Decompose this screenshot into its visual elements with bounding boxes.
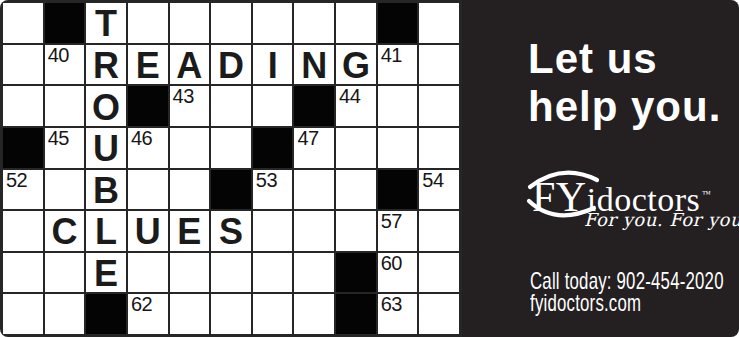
cell[interactable] <box>419 253 459 293</box>
cell[interactable] <box>419 128 459 168</box>
cell[interactable]: 41 <box>378 45 418 85</box>
cell[interactable] <box>294 3 334 43</box>
cell[interactable] <box>170 253 210 293</box>
cell[interactable] <box>253 253 293 293</box>
clue-number: 43 <box>173 86 194 107</box>
cell[interactable]: 57 <box>378 211 418 251</box>
cell-letter: C <box>51 211 77 250</box>
cell[interactable] <box>294 294 334 334</box>
cell-letter: L <box>95 211 117 250</box>
cell[interactable] <box>294 170 334 210</box>
cell[interactable] <box>419 86 459 126</box>
cell[interactable] <box>3 211 43 251</box>
clue-number: 54 <box>422 170 443 191</box>
cell[interactable]: 53 <box>253 170 293 210</box>
cell[interactable] <box>211 128 251 168</box>
headline-line-1: Let us <box>528 35 721 83</box>
trademark-symbol: ™ <box>702 189 711 199</box>
cell-letter: G <box>342 45 370 84</box>
cell[interactable] <box>419 45 459 85</box>
cell[interactable]: 63 <box>378 294 418 334</box>
cell[interactable] <box>170 128 210 168</box>
website-url: fyidoctors.com <box>530 289 641 317</box>
cell[interactable] <box>211 294 251 334</box>
cell[interactable]: R <box>86 45 126 85</box>
cell-letter: I <box>268 45 278 84</box>
black-cell <box>86 294 126 334</box>
cell-letter: R <box>93 45 119 84</box>
clue-number: 52 <box>6 170 27 191</box>
black-cell <box>128 86 168 126</box>
cell[interactable] <box>45 170 85 210</box>
ad-panel: Let us help you. FYidoctors™ For you. Fo… <box>462 0 739 337</box>
cell[interactable]: O <box>86 86 126 126</box>
cell-letter: S <box>219 211 243 250</box>
black-cell <box>336 294 376 334</box>
logo-tagline: For you. For your eyes. <box>584 209 739 230</box>
cell[interactable]: N <box>294 45 334 85</box>
cell-letter: A <box>176 45 202 84</box>
cell[interactable]: E <box>170 211 210 251</box>
cell[interactable] <box>336 170 376 210</box>
cell[interactable]: U <box>128 211 168 251</box>
cell[interactable]: I <box>253 45 293 85</box>
cell[interactable] <box>211 253 251 293</box>
cell[interactable] <box>128 3 168 43</box>
cell[interactable]: 45 <box>45 128 85 168</box>
logo-fy: FY <box>532 174 587 220</box>
clue-number: 46 <box>131 128 152 149</box>
cell[interactable]: D <box>211 45 251 85</box>
cell[interactable] <box>3 253 43 293</box>
clue-number: 40 <box>48 45 69 66</box>
black-cell <box>336 253 376 293</box>
cell[interactable]: A <box>170 45 210 85</box>
cell[interactable]: B <box>86 170 126 210</box>
cell[interactable]: U <box>86 128 126 168</box>
cell[interactable]: 40 <box>45 45 85 85</box>
clue-number: 44 <box>339 86 360 107</box>
cell[interactable] <box>170 3 210 43</box>
clue-number: 47 <box>297 128 318 149</box>
cell[interactable] <box>45 294 85 334</box>
cell-letter: E <box>94 253 118 292</box>
cell[interactable] <box>45 253 85 293</box>
cell[interactable] <box>419 3 459 43</box>
cell[interactable] <box>3 86 43 126</box>
headline: Let us help you. <box>528 35 721 131</box>
cell[interactable] <box>419 211 459 251</box>
cell[interactable] <box>253 3 293 43</box>
cell[interactable] <box>294 253 334 293</box>
crossword-board: T40READING41O434445U464752B5354CLUES57E6… <box>0 0 462 337</box>
cell[interactable] <box>3 45 43 85</box>
cell[interactable] <box>3 294 43 334</box>
cell[interactable]: 60 <box>378 253 418 293</box>
clue-number: 41 <box>381 45 402 66</box>
cell[interactable]: E <box>128 45 168 85</box>
clue-number: 63 <box>381 294 402 315</box>
cell[interactable]: S <box>211 211 251 251</box>
cell[interactable]: 54 <box>419 170 459 210</box>
black-cell <box>253 128 293 168</box>
cell[interactable] <box>253 86 293 126</box>
black-cell <box>45 3 85 43</box>
cell[interactable]: 46 <box>128 128 168 168</box>
cell[interactable] <box>170 170 210 210</box>
cell[interactable] <box>253 294 293 334</box>
cell-letter: N <box>301 45 327 84</box>
cell-letter: D <box>218 45 244 84</box>
clue-number: 45 <box>48 128 69 149</box>
cell[interactable]: 44 <box>336 86 376 126</box>
cell[interactable]: 52 <box>3 170 43 210</box>
cell[interactable]: G <box>336 45 376 85</box>
cell[interactable]: 47 <box>294 128 334 168</box>
cell[interactable]: T <box>86 3 126 43</box>
cell[interactable] <box>128 170 168 210</box>
cell-letter: E <box>136 45 160 84</box>
clue-number: 57 <box>381 211 402 232</box>
cell[interactable] <box>419 294 459 334</box>
clue-number: 60 <box>381 253 402 274</box>
cell[interactable] <box>170 294 210 334</box>
black-cell <box>3 128 43 168</box>
cell[interactable]: 43 <box>170 86 210 126</box>
cell[interactable]: L <box>86 211 126 251</box>
black-cell <box>211 170 251 210</box>
cell[interactable] <box>211 86 251 126</box>
cell[interactable] <box>336 3 376 43</box>
black-cell <box>378 3 418 43</box>
cell[interactable] <box>378 86 418 126</box>
cell[interactable] <box>378 128 418 168</box>
cell[interactable] <box>3 3 43 43</box>
cell[interactable] <box>294 211 334 251</box>
cell-letter: E <box>177 211 201 250</box>
cell-letter: U <box>135 211 161 250</box>
cell[interactable] <box>211 3 251 43</box>
cell[interactable] <box>336 128 376 168</box>
black-cell <box>378 170 418 210</box>
clue-number: 62 <box>131 294 152 315</box>
cell[interactable]: C <box>45 211 85 251</box>
cell-letter: T <box>95 3 117 42</box>
headline-line-2: help you. <box>528 83 721 131</box>
cell-letter: O <box>92 87 120 126</box>
cell[interactable]: E <box>86 253 126 293</box>
cell-letter: U <box>93 128 119 167</box>
clue-number: 53 <box>256 170 277 191</box>
black-cell <box>294 86 334 126</box>
cell-letter: B <box>93 170 119 209</box>
cell[interactable] <box>253 211 293 251</box>
crossword-ad: T40READING41O434445U464752B5354CLUES57E6… <box>0 0 739 337</box>
cell[interactable] <box>128 253 168 293</box>
cell[interactable] <box>45 86 85 126</box>
cell[interactable]: 62 <box>128 294 168 334</box>
cell[interactable] <box>336 211 376 251</box>
